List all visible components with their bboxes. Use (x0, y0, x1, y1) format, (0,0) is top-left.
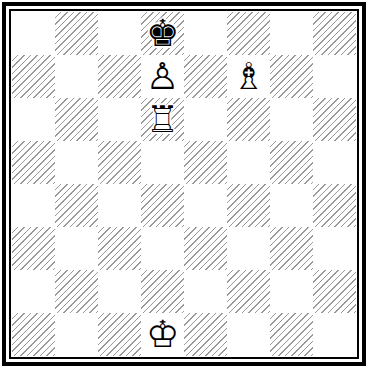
square-f6[interactable] (227, 98, 270, 141)
square-d6[interactable]: ♜♖ (141, 98, 184, 141)
white-pawn-icon: ♙ (141, 55, 184, 98)
square-g3[interactable] (270, 227, 313, 270)
square-f5[interactable] (227, 141, 270, 184)
square-b8[interactable] (55, 12, 98, 55)
square-f4[interactable] (227, 184, 270, 227)
square-a1[interactable] (12, 313, 55, 356)
square-e6[interactable] (184, 98, 227, 141)
square-h7[interactable] (313, 55, 356, 98)
square-f7[interactable]: ♝♗ (227, 55, 270, 98)
white-rook-piece[interactable]: ♜♖ (141, 98, 184, 141)
square-a8[interactable] (12, 12, 55, 55)
square-d4[interactable] (141, 184, 184, 227)
square-g1[interactable] (270, 313, 313, 356)
square-c6[interactable] (98, 98, 141, 141)
square-e1[interactable] (184, 313, 227, 356)
square-f8[interactable] (227, 12, 270, 55)
square-b3[interactable] (55, 227, 98, 270)
square-h3[interactable] (313, 227, 356, 270)
square-a7[interactable] (12, 55, 55, 98)
square-h4[interactable] (313, 184, 356, 227)
square-e8[interactable] (184, 12, 227, 55)
white-king-icon: ♔ (141, 313, 184, 356)
square-c2[interactable] (98, 270, 141, 313)
square-c8[interactable] (98, 12, 141, 55)
square-g5[interactable] (270, 141, 313, 184)
square-b7[interactable] (55, 55, 98, 98)
square-e2[interactable] (184, 270, 227, 313)
square-h1[interactable] (313, 313, 356, 356)
square-d2[interactable] (141, 270, 184, 313)
diagram-outer-frame: ♚♚♟♙♝♗♜♖♚♔ (2, 2, 366, 366)
square-b2[interactable] (55, 270, 98, 313)
square-d3[interactable] (141, 227, 184, 270)
square-e7[interactable] (184, 55, 227, 98)
square-c5[interactable] (98, 141, 141, 184)
square-b5[interactable] (55, 141, 98, 184)
square-b4[interactable] (55, 184, 98, 227)
square-f2[interactable] (227, 270, 270, 313)
square-a5[interactable] (12, 141, 55, 184)
white-rook-icon: ♖ (141, 98, 184, 141)
white-bishop-icon: ♗ (227, 55, 270, 98)
square-c1[interactable] (98, 313, 141, 356)
square-g6[interactable] (270, 98, 313, 141)
square-d1[interactable]: ♚♔ (141, 313, 184, 356)
square-h5[interactable] (313, 141, 356, 184)
white-pawn-piece[interactable]: ♟♙ (141, 55, 184, 98)
square-d7[interactable]: ♟♙ (141, 55, 184, 98)
square-a6[interactable] (12, 98, 55, 141)
square-e4[interactable] (184, 184, 227, 227)
square-h8[interactable] (313, 12, 356, 55)
square-c4[interactable] (98, 184, 141, 227)
white-bishop-piece[interactable]: ♝♗ (227, 55, 270, 98)
square-d8[interactable]: ♚♚ (141, 12, 184, 55)
chess-board: ♚♚♟♙♝♗♜♖♚♔ (12, 12, 356, 356)
square-f3[interactable] (227, 227, 270, 270)
white-king-piece[interactable]: ♚♔ (141, 313, 184, 356)
square-e5[interactable] (184, 141, 227, 184)
square-a3[interactable] (12, 227, 55, 270)
square-a2[interactable] (12, 270, 55, 313)
square-e3[interactable] (184, 227, 227, 270)
square-g2[interactable] (270, 270, 313, 313)
square-c7[interactable] (98, 55, 141, 98)
square-g4[interactable] (270, 184, 313, 227)
square-f1[interactable] (227, 313, 270, 356)
square-g8[interactable] (270, 12, 313, 55)
black-king-icon: ♚ (141, 12, 184, 55)
square-b1[interactable] (55, 313, 98, 356)
square-d5[interactable] (141, 141, 184, 184)
square-g7[interactable] (270, 55, 313, 98)
diagram-inner-frame: ♚♚♟♙♝♗♜♖♚♔ (9, 9, 359, 359)
chess-diagram: ♚♚♟♙♝♗♜♖♚♔ (0, 0, 368, 368)
square-c3[interactable] (98, 227, 141, 270)
square-h2[interactable] (313, 270, 356, 313)
square-b6[interactable] (55, 98, 98, 141)
square-h6[interactable] (313, 98, 356, 141)
black-king-piece[interactable]: ♚♚ (141, 12, 184, 55)
square-a4[interactable] (12, 184, 55, 227)
